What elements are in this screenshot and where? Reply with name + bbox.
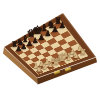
piece-black-pawn-h7[interactable]: ♟ [58,22,66,30]
piece-white-rook-h1[interactable]: ♜ [79,48,87,56]
pieces-layer: ♜♞♝♛♚♝♞♜♟♟♟♟♟♟♟♟♟♟♟♟♟♟♟♟♜♞♝♛♚♝♞♜ [0,0,100,100]
piece-black-pawn-f7[interactable]: ♟ [44,30,52,38]
piece-white-rook-a1[interactable]: ♜ [36,66,43,73]
chess-set-photo: ♜♞♝♛♚♝♞♜♟♟♟♟♟♟♟♟♟♟♟♟♟♟♟♟♜♞♝♛♚♝♞♜ [0,0,100,100]
piece-black-pawn-a7[interactable]: ♟ [15,46,22,53]
piece-black-pawn-g7[interactable]: ♟ [51,26,59,34]
